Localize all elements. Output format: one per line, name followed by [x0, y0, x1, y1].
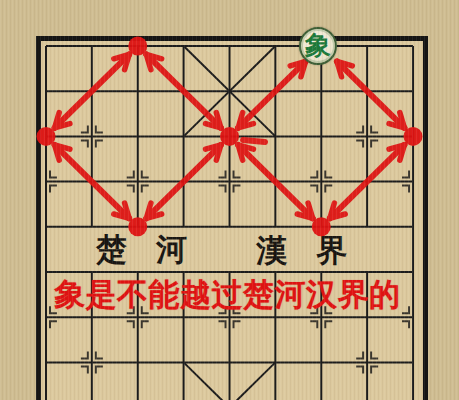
stray-red-dash	[243, 140, 265, 142]
move-dot	[312, 217, 331, 236]
move-arrow	[146, 145, 221, 219]
move-dot	[220, 127, 239, 146]
move-dot	[128, 37, 147, 56]
move-dot	[128, 217, 147, 236]
elephant-glyph: 象	[305, 28, 331, 63]
move-dot	[404, 127, 423, 146]
move-dot	[37, 127, 56, 146]
move-arrow	[55, 145, 130, 219]
black-elephant-piece[interactable]: 象	[299, 27, 337, 65]
move-arrow	[337, 61, 405, 128]
move-arrow	[238, 145, 313, 219]
move-arrow	[238, 61, 306, 128]
move-arrow	[330, 145, 405, 219]
elephant-move-arrows	[0, 0, 459, 400]
move-dots	[37, 37, 423, 237]
move-arrow	[146, 54, 221, 128]
xiangqi-tutorial-frame: 楚 河 漢 界 象是不能越过楚河汉界的 象	[0, 0, 459, 400]
move-arrow	[55, 54, 130, 128]
